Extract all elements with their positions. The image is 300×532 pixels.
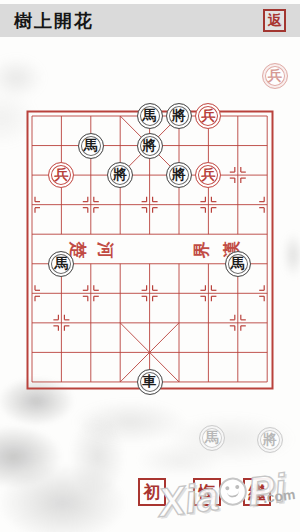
back-button[interactable]: 返 (263, 9, 286, 32)
piece-black-general[interactable]: 將 (166, 103, 192, 129)
piece-black-horse[interactable]: 馬 (225, 251, 251, 277)
piece-black-chariot[interactable]: 車 (137, 369, 163, 395)
tray-piece-soldier[interactable]: 兵 (262, 63, 288, 89)
header-bar: 樹上開花 返 (0, 4, 300, 37)
reset-button[interactable]: 初 (138, 478, 166, 506)
ink-wash-art (280, 220, 300, 290)
tray-piece-horse[interactable]: 馬 (199, 425, 225, 451)
river-label-char: 界 (190, 238, 214, 262)
piece-black-horse[interactable]: 馬 (137, 103, 163, 129)
xiangqi-board[interactable]: 楚河界漢 馬將兵馬將兵將將兵馬馬車 (26, 110, 274, 392)
tray-piece-general[interactable]: 將 (257, 427, 283, 453)
piece-black-general[interactable]: 將 (166, 162, 192, 188)
undo-button[interactable]: 悔 (193, 478, 221, 506)
page-title: 樹上開花 (14, 9, 94, 33)
river-label-char: 河 (93, 238, 117, 262)
piece-black-horse[interactable]: 馬 (78, 133, 104, 159)
piece-black-horse[interactable]: 馬 (48, 251, 74, 277)
continue-button[interactable]: 繼 (243, 478, 271, 506)
xiaopi-watermark: XiaPi .com (156, 460, 300, 525)
piece-black-general[interactable]: 將 (137, 133, 163, 159)
